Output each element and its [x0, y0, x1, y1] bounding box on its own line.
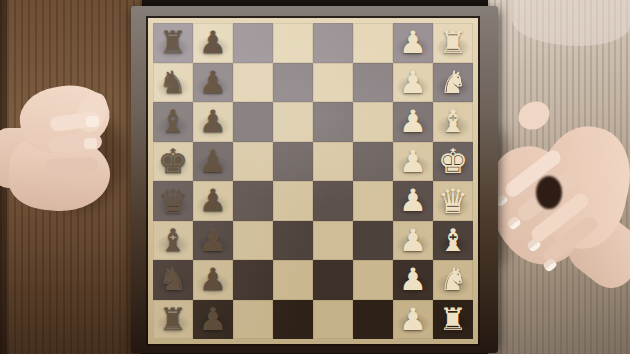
square-a2[interactable]: ♟ [393, 300, 433, 340]
square-d1[interactable]: ♛ [433, 181, 473, 221]
square-c4[interactable] [313, 221, 353, 261]
white-pawn[interactable]: ♟ [393, 181, 433, 221]
black-pawn[interactable]: ♟ [193, 142, 233, 182]
gap-between-hands [536, 176, 562, 209]
square-f4[interactable] [313, 102, 353, 142]
fingernail [86, 116, 99, 127]
black-pawn[interactable]: ♟ [193, 221, 233, 261]
square-f1[interactable]: ♝ [433, 102, 473, 142]
square-c7[interactable]: ♟ [193, 221, 233, 261]
square-h7[interactable]: ♟ [193, 23, 233, 63]
square-f6[interactable] [233, 102, 273, 142]
square-h4[interactable] [313, 23, 353, 63]
left-player-hands [0, 80, 128, 222]
square-a3[interactable] [353, 300, 393, 340]
square-c8[interactable]: ♝ [153, 221, 193, 261]
square-c3[interactable] [353, 221, 393, 261]
square-f7[interactable]: ♟ [193, 102, 233, 142]
square-g1[interactable]: ♞ [433, 63, 473, 103]
white-knight[interactable]: ♞ [433, 63, 473, 103]
black-pawn[interactable]: ♟ [193, 23, 233, 63]
white-bishop[interactable]: ♝ [433, 102, 473, 142]
square-e5[interactable] [273, 142, 313, 182]
square-a1[interactable]: ♜ [433, 300, 473, 340]
white-pawn[interactable]: ♟ [393, 221, 433, 261]
chessboard-grid: ♜♟♟♜♞♟♟♞♝♟♟♝♚♟♟♚♛♟♟♛♝♟♟♝♞♟♟♞♜♟♟♜ [153, 23, 473, 339]
white-pawn[interactable]: ♟ [393, 63, 433, 103]
square-a7[interactable]: ♟ [193, 300, 233, 340]
white-pawn[interactable]: ♟ [393, 300, 433, 340]
white-bishop[interactable]: ♝ [433, 221, 473, 261]
black-rook[interactable]: ♜ [153, 23, 193, 63]
black-bishop[interactable]: ♝ [153, 221, 193, 261]
fingernail [84, 138, 97, 149]
square-h2[interactable]: ♟ [393, 23, 433, 63]
square-g2[interactable]: ♟ [393, 63, 433, 103]
black-pawn[interactable]: ♟ [193, 181, 233, 221]
square-e4[interactable] [313, 142, 353, 182]
square-b8[interactable]: ♞ [153, 260, 193, 300]
square-f2[interactable]: ♟ [393, 102, 433, 142]
square-a8[interactable]: ♜ [153, 300, 193, 340]
square-f8[interactable]: ♝ [153, 102, 193, 142]
chessboard-veneer: ♜♟♟♜♞♟♟♞♝♟♟♝♚♟♟♚♛♟♟♛♝♟♟♝♞♟♟♞♜♟♟♜ [148, 18, 478, 344]
white-rook[interactable]: ♜ [433, 300, 473, 340]
square-a4[interactable] [313, 300, 353, 340]
black-rook[interactable]: ♜ [153, 300, 193, 340]
square-e2[interactable]: ♟ [393, 142, 433, 182]
square-d4[interactable] [313, 181, 353, 221]
square-e8[interactable]: ♚ [153, 142, 193, 182]
square-d7[interactable]: ♟ [193, 181, 233, 221]
finger [46, 157, 98, 174]
square-h1[interactable]: ♜ [433, 23, 473, 63]
white-pawn[interactable]: ♟ [393, 260, 433, 300]
black-bishop[interactable]: ♝ [153, 102, 193, 142]
black-queen[interactable]: ♛ [153, 181, 193, 221]
square-g5[interactable] [273, 63, 313, 103]
black-knight[interactable]: ♞ [153, 260, 193, 300]
square-c1[interactable]: ♝ [433, 221, 473, 261]
square-c2[interactable]: ♟ [393, 221, 433, 261]
square-h5[interactable] [273, 23, 313, 63]
square-e6[interactable] [233, 142, 273, 182]
square-d5[interactable] [273, 181, 313, 221]
square-h8[interactable]: ♜ [153, 23, 193, 63]
white-king[interactable]: ♚ [433, 142, 473, 182]
white-queen[interactable]: ♛ [433, 181, 473, 221]
black-pawn[interactable]: ♟ [193, 260, 233, 300]
black-pawn[interactable]: ♟ [193, 102, 233, 142]
white-knight[interactable]: ♞ [433, 260, 473, 300]
black-pawn[interactable]: ♟ [193, 300, 233, 340]
white-rook[interactable]: ♜ [433, 23, 473, 63]
square-c5[interactable] [273, 221, 313, 261]
square-d2[interactable]: ♟ [393, 181, 433, 221]
thumb [514, 96, 555, 135]
black-knight[interactable]: ♞ [153, 63, 193, 103]
square-f3[interactable] [353, 102, 393, 142]
square-f5[interactable] [273, 102, 313, 142]
square-b7[interactable]: ♟ [193, 260, 233, 300]
square-a5[interactable] [273, 300, 313, 340]
square-e1[interactable]: ♚ [433, 142, 473, 182]
square-b6[interactable] [233, 260, 273, 300]
square-e7[interactable]: ♟ [193, 142, 233, 182]
square-g3[interactable] [353, 63, 393, 103]
black-king[interactable]: ♚ [153, 142, 193, 182]
square-b4[interactable] [313, 260, 353, 300]
square-b2[interactable]: ♟ [393, 260, 433, 300]
square-d3[interactable] [353, 181, 393, 221]
right-player-hands [486, 100, 630, 305]
square-g7[interactable]: ♟ [193, 63, 233, 103]
white-pawn[interactable]: ♟ [393, 102, 433, 142]
square-c6[interactable] [233, 221, 273, 261]
square-h6[interactable] [233, 23, 273, 63]
chessboard-frame: ♜♟♟♜♞♟♟♞♝♟♟♝♚♟♟♚♛♟♟♛♝♟♟♝♞♟♟♞♜♟♟♜ [131, 6, 498, 353]
square-g4[interactable] [313, 63, 353, 103]
square-d8[interactable]: ♛ [153, 181, 193, 221]
white-pawn[interactable]: ♟ [393, 142, 433, 182]
square-g6[interactable] [233, 63, 273, 103]
square-d6[interactable] [233, 181, 273, 221]
square-a6[interactable] [233, 300, 273, 340]
black-pawn[interactable]: ♟ [193, 63, 233, 103]
square-h3[interactable] [353, 23, 393, 63]
square-b5[interactable] [273, 260, 313, 300]
square-b1[interactable]: ♞ [433, 260, 473, 300]
white-pawn[interactable]: ♟ [393, 23, 433, 63]
square-e3[interactable] [353, 142, 393, 182]
square-b3[interactable] [353, 260, 393, 300]
scene: ♜♟♟♜♞♟♟♞♝♟♟♝♚♟♟♚♛♟♟♛♝♟♟♝♞♟♟♞♜♟♟♜ [0, 0, 630, 354]
square-g8[interactable]: ♞ [153, 63, 193, 103]
